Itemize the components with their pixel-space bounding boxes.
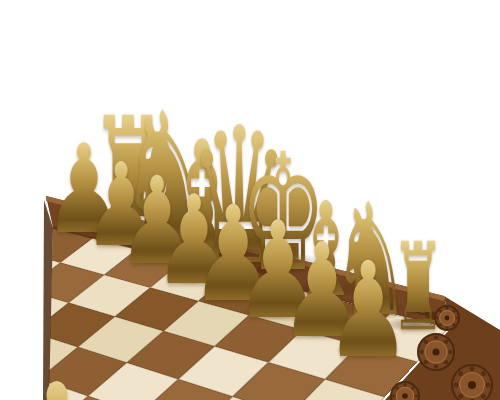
rosette-petal-icon: [395, 386, 398, 389]
scroll-carving-icon: [217, 251, 230, 264]
chess-set-photo: ♟♜♞♟♝♛♟♚♟♝♟♞♟♜♟♟♟♟: [0, 0, 500, 400]
rosette-petal-icon: [444, 360, 448, 364]
rosette-petal-icon: [439, 310, 442, 313]
rosette-petal-icon: [486, 383, 491, 388]
rosette-icon: [396, 387, 413, 400]
scroll-carving-icon: [370, 293, 375, 298]
scroll-carving-icon: [321, 280, 326, 285]
chess-board-grid: [0, 226, 448, 400]
rosette-icon: [432, 348, 439, 355]
rosette-petal-icon: [454, 383, 459, 388]
scroll-carving-icon: [366, 289, 379, 302]
scroll-carving-icon: [221, 255, 226, 260]
rosette-petal-icon: [434, 364, 438, 368]
rosette-icon: [468, 381, 476, 389]
scroll-carving-icon: [317, 276, 330, 289]
rosette-petal-icon: [458, 371, 463, 376]
rosette-petal-icon: [424, 360, 428, 364]
rosette-petal-icon: [481, 371, 486, 376]
scroll-carving-icon: [267, 263, 280, 276]
piece-e1-king: ♚: [239, 132, 326, 294]
scroll-carving-icon: [167, 238, 180, 251]
rosette-icon: [402, 393, 408, 399]
piece-c1-bishop: ♝: [158, 120, 245, 277]
scroll-carving-icon: [420, 305, 425, 310]
rosette-petal-icon: [470, 367, 475, 372]
rosette-petal-icon: [403, 383, 406, 386]
scroll-carving-icon: [68, 213, 81, 226]
rosette-petal-icon: [436, 317, 439, 320]
rosette-icon: [445, 316, 450, 321]
rosette-icon: [452, 365, 492, 400]
rosette-petal-icon: [481, 394, 486, 399]
piece-shadow: [234, 252, 324, 275]
rosette-petal-icon: [452, 310, 455, 313]
rosette-icon: [440, 311, 455, 326]
piece-d1-queen: ♛: [188, 103, 290, 292]
rosette-petal-icon: [415, 394, 418, 397]
scroll-carving-icon: [118, 225, 131, 238]
rosette-petal-icon: [411, 386, 414, 389]
scroll-carving-icon: [171, 242, 176, 247]
rosette-petal-icon: [455, 317, 458, 320]
rosette-icon: [460, 373, 485, 398]
rosette-petal-icon: [392, 394, 395, 397]
scroll-carving-icon: [416, 301, 429, 314]
scroll-carving-icon: [271, 267, 276, 272]
piece-shadow: [154, 236, 241, 258]
rosette-petal-icon: [452, 323, 455, 326]
rosette-petal-icon: [448, 350, 452, 354]
rosette-petal-icon: [446, 307, 449, 310]
rosette-petal-icon: [458, 394, 463, 399]
scroll-carving-icon: [122, 229, 127, 234]
scroll-carving-icon: [72, 217, 77, 222]
rosette-petal-icon: [444, 340, 448, 344]
